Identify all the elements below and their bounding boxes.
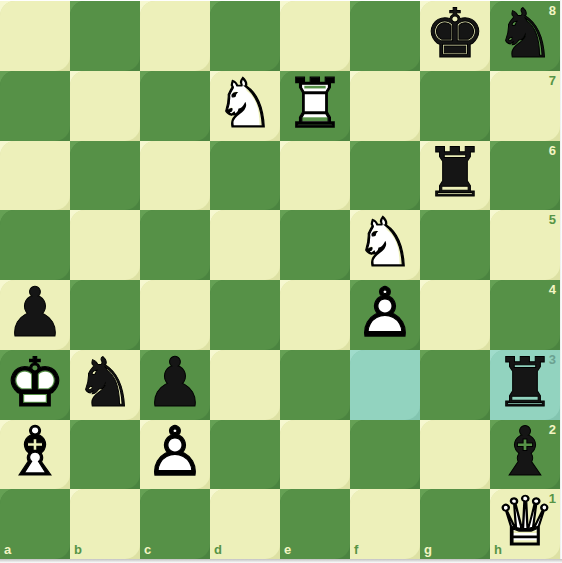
file-label-a: a	[4, 543, 11, 556]
square-f3[interactable]	[350, 350, 420, 420]
piece-black-pawn[interactable]: ♟	[0, 280, 70, 350]
piece-white-rook[interactable]: ♜♖	[280, 71, 350, 141]
square-g4[interactable]	[420, 280, 490, 350]
black-piece-fill: ♚	[420, 1, 490, 69]
square-a7[interactable]	[0, 71, 70, 141]
square-f7[interactable]	[350, 71, 420, 141]
file-label-b: b	[74, 543, 82, 556]
square-d8[interactable]	[210, 1, 280, 71]
file-label-g: g	[424, 543, 432, 556]
square-c3[interactable]: ♟	[140, 350, 210, 420]
square-c7[interactable]	[140, 71, 210, 141]
square-c1[interactable]: c	[140, 489, 210, 559]
rank-label-8: 8	[549, 4, 556, 17]
square-e1[interactable]: e	[280, 489, 350, 559]
white-piece-outline: ♘	[210, 71, 280, 139]
piece-white-bishop[interactable]: ♝♗	[0, 420, 70, 490]
square-h3[interactable]: ♜3	[490, 350, 560, 420]
square-b5[interactable]	[70, 210, 140, 280]
white-piece-outline: ♖	[280, 71, 350, 139]
square-e7[interactable]: ♜♖	[280, 71, 350, 141]
chess-board: ♚♞8♞♘♜♖7♜6♞♘5♟♟♙4♚♔♞♟♜3♝♗♟♙♝2abcdefg♛♕1h	[0, 1, 560, 559]
file-label-e: e	[284, 543, 291, 556]
square-g7[interactable]	[420, 71, 490, 141]
piece-black-knight[interactable]: ♞	[70, 350, 140, 420]
square-a6[interactable]	[0, 141, 70, 211]
square-h7[interactable]: 7	[490, 71, 560, 141]
square-e6[interactable]	[280, 141, 350, 211]
square-c8[interactable]	[140, 1, 210, 71]
piece-black-pawn[interactable]: ♟	[140, 350, 210, 420]
white-piece-outline: ♙	[140, 420, 210, 488]
square-b1[interactable]: b	[70, 489, 140, 559]
square-d7[interactable]: ♞♘	[210, 71, 280, 141]
square-f2[interactable]	[350, 420, 420, 490]
square-e4[interactable]	[280, 280, 350, 350]
white-piece-outline: ♔	[0, 350, 70, 418]
square-f6[interactable]	[350, 141, 420, 211]
square-a4[interactable]: ♟	[0, 280, 70, 350]
square-f5[interactable]: ♞♘	[350, 210, 420, 280]
square-d4[interactable]	[210, 280, 280, 350]
black-piece-fill: ♜	[420, 141, 490, 209]
rank-label-4: 4	[549, 283, 556, 296]
piece-white-pawn[interactable]: ♟♙	[140, 420, 210, 490]
square-h1[interactable]: ♛♕1h	[490, 489, 560, 559]
square-g8[interactable]: ♚	[420, 1, 490, 71]
piece-black-king[interactable]: ♚	[420, 1, 490, 71]
square-g1[interactable]: g	[420, 489, 490, 559]
square-b3[interactable]: ♞	[70, 350, 140, 420]
rank-label-1: 1	[549, 492, 556, 505]
square-e5[interactable]	[280, 210, 350, 280]
square-d2[interactable]	[210, 420, 280, 490]
piece-white-king[interactable]: ♚♔	[0, 350, 70, 420]
square-d5[interactable]	[210, 210, 280, 280]
square-h6[interactable]: 6	[490, 141, 560, 211]
square-f8[interactable]	[350, 1, 420, 71]
square-g2[interactable]	[420, 420, 490, 490]
square-b6[interactable]	[70, 141, 140, 211]
square-b4[interactable]	[70, 280, 140, 350]
square-a8[interactable]	[0, 1, 70, 71]
file-label-h: h	[494, 543, 502, 556]
square-c4[interactable]	[140, 280, 210, 350]
piece-black-rook[interactable]: ♜	[420, 141, 490, 211]
black-piece-fill: ♟	[140, 350, 210, 418]
square-d1[interactable]: d	[210, 489, 280, 559]
square-e3[interactable]	[280, 350, 350, 420]
rank-label-6: 6	[549, 144, 556, 157]
piece-white-pawn[interactable]: ♟♙	[350, 280, 420, 350]
file-label-f: f	[354, 543, 358, 556]
square-b7[interactable]	[70, 71, 140, 141]
square-c6[interactable]	[140, 141, 210, 211]
board-bottom-edge	[0, 559, 562, 563]
square-h5[interactable]: 5	[490, 210, 560, 280]
rank-label-7: 7	[549, 74, 556, 87]
white-piece-outline: ♙	[350, 280, 420, 348]
square-e8[interactable]	[280, 1, 350, 71]
square-f4[interactable]: ♟♙	[350, 280, 420, 350]
black-piece-fill: ♞	[70, 350, 140, 418]
file-label-d: d	[214, 543, 222, 556]
square-h4[interactable]: 4	[490, 280, 560, 350]
square-a3[interactable]: ♚♔	[0, 350, 70, 420]
square-e2[interactable]	[280, 420, 350, 490]
square-c5[interactable]	[140, 210, 210, 280]
square-b8[interactable]	[70, 1, 140, 71]
piece-white-knight[interactable]: ♞♘	[350, 210, 420, 280]
square-c2[interactable]: ♟♙	[140, 420, 210, 490]
rank-label-3: 3	[549, 353, 556, 366]
square-g5[interactable]	[420, 210, 490, 280]
square-a5[interactable]	[0, 210, 70, 280]
square-g6[interactable]: ♜	[420, 141, 490, 211]
white-piece-outline: ♘	[350, 210, 420, 278]
file-label-c: c	[144, 543, 151, 556]
piece-white-knight[interactable]: ♞♘	[210, 71, 280, 141]
square-b2[interactable]	[70, 420, 140, 490]
square-h2[interactable]: ♝2	[490, 420, 560, 490]
square-a1[interactable]: a	[0, 489, 70, 559]
square-d6[interactable]	[210, 141, 280, 211]
square-h8[interactable]: ♞8	[490, 1, 560, 71]
rank-label-5: 5	[549, 213, 556, 226]
white-piece-outline: ♗	[0, 420, 70, 488]
square-g3[interactable]	[420, 350, 490, 420]
square-d3[interactable]	[210, 350, 280, 420]
rank-label-2: 2	[549, 423, 556, 436]
square-f1[interactable]: f	[350, 489, 420, 559]
board-grid: ♚♞8♞♘♜♖7♜6♞♘5♟♟♙4♚♔♞♟♜3♝♗♟♙♝2abcdefg♛♕1h	[0, 1, 560, 559]
square-a2[interactable]: ♝♗	[0, 420, 70, 490]
black-piece-fill: ♟	[0, 280, 70, 348]
